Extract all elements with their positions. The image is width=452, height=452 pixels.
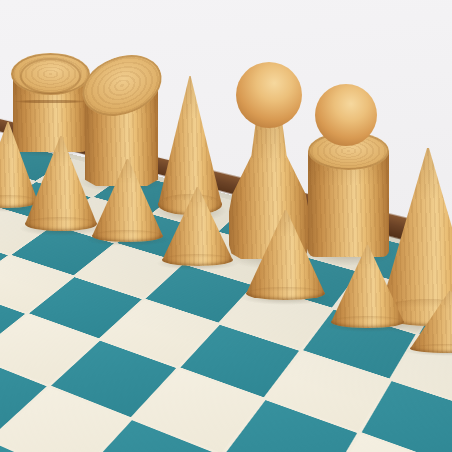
pawn-cone (25, 136, 97, 224)
pawn-cone (246, 210, 325, 294)
king-sphere-finial (236, 62, 302, 128)
pawn-cone (162, 187, 233, 260)
white-pawn-piece (92, 159, 163, 242)
pawn-cone (92, 159, 163, 236)
chess-photo-scene (0, 0, 452, 452)
pawn-cone-base (246, 287, 325, 301)
white-pawn-piece (25, 136, 97, 231)
white-pawn-piece (331, 245, 404, 328)
white-pawn-piece (410, 291, 452, 353)
queen-sphere-finial (315, 84, 377, 146)
rook-lid-seam (13, 100, 88, 103)
pawn-cone (331, 245, 404, 322)
pawn-cone-base (92, 230, 163, 242)
pawn-cone-base (331, 316, 404, 328)
white-pawn-piece (246, 210, 325, 300)
pawn-cone (410, 291, 452, 349)
pawn-cone-base (162, 254, 233, 266)
rook-lid-ring (20, 58, 82, 94)
white-pawn-piece (162, 187, 233, 266)
pawn-cone-base (25, 217, 97, 231)
bishop-cone (158, 76, 222, 205)
